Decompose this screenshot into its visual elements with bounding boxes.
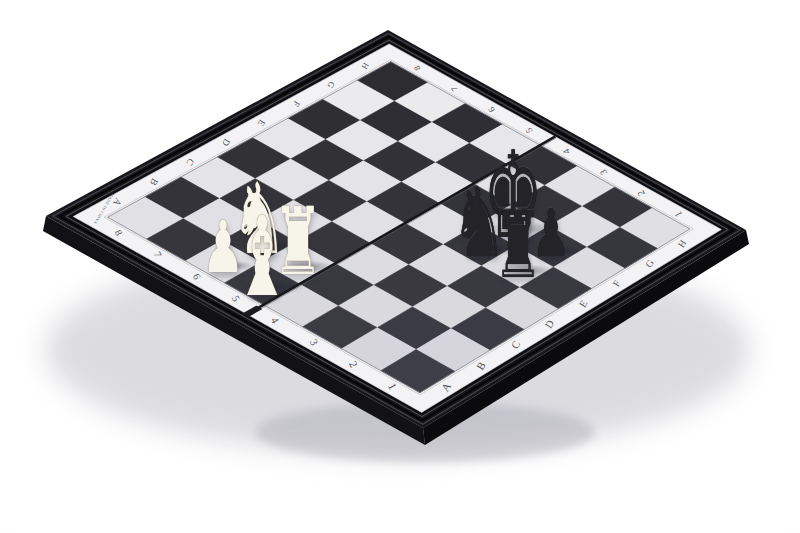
white-bishop-glyph: ♝ [233,202,290,312]
photo-stage: AA88BB77CC66DD55EE44FF33GG22HH11MADE IN … [0,0,800,533]
pieces-layer: ♚♞♞♟♟♜♜♝ [0,0,800,533]
piece-white-bishop-a5[interactable]: ♝ [213,202,312,312]
piece-black-rook-e2[interactable]: ♜ [476,200,558,292]
black-rook-glyph: ♜ [493,200,542,292]
